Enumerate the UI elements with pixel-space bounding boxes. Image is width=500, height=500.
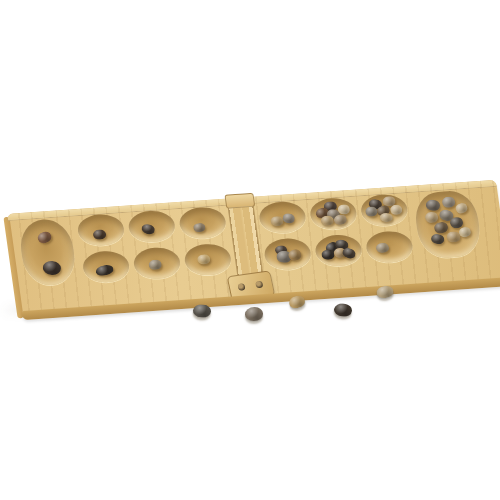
stone xyxy=(320,215,334,226)
stone xyxy=(431,233,445,245)
pit-south-2[interactable] xyxy=(132,246,182,280)
store-right-south xyxy=(412,189,483,259)
pit-north-2[interactable] xyxy=(127,209,177,243)
pit-south-6[interactable] xyxy=(364,230,414,264)
pit-south-1[interactable] xyxy=(81,250,131,284)
center-hinge-seam xyxy=(226,197,264,282)
hinge-block-bottom xyxy=(227,270,276,302)
stone xyxy=(148,259,162,270)
stone xyxy=(193,223,206,233)
stone xyxy=(432,221,449,235)
pit-south-3[interactable] xyxy=(183,243,233,277)
stone xyxy=(424,212,439,224)
stone xyxy=(341,246,356,260)
pit-north-6[interactable] xyxy=(359,193,409,227)
stone xyxy=(375,242,389,253)
pit-south-4[interactable] xyxy=(263,237,313,271)
stone xyxy=(380,213,393,222)
pit-north-3[interactable] xyxy=(178,206,228,240)
hinge-tab-top xyxy=(224,193,255,209)
hinge-screw-icon xyxy=(255,281,263,289)
stone xyxy=(197,254,211,265)
stone xyxy=(364,206,377,217)
mancala-board xyxy=(7,180,500,313)
pit-north-1[interactable] xyxy=(76,213,126,247)
stone xyxy=(43,260,61,275)
stone xyxy=(425,199,439,211)
stone xyxy=(92,229,106,240)
stone xyxy=(454,202,469,215)
stone xyxy=(337,205,350,216)
store-left-north xyxy=(17,218,78,287)
loose-stone[interactable] xyxy=(245,307,263,321)
loose-stone[interactable] xyxy=(333,302,353,317)
stone xyxy=(332,214,347,226)
product-photo-scene xyxy=(0,0,500,500)
pit-north-4[interactable] xyxy=(257,200,307,234)
pit-south-5[interactable] xyxy=(313,233,363,267)
hinge-screw-icon xyxy=(237,283,245,291)
stone xyxy=(95,263,115,276)
pit-north-5[interactable] xyxy=(308,197,358,231)
stone xyxy=(141,223,156,236)
stone xyxy=(36,230,53,245)
stone xyxy=(441,196,456,208)
